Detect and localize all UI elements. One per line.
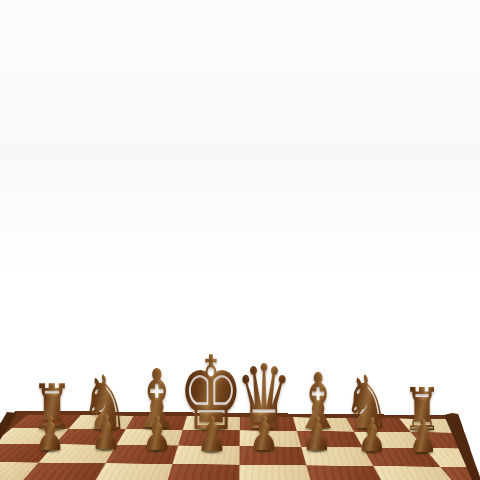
piece-c7-black-pawn[interactable]: ♟ <box>302 410 332 457</box>
piece-d7-black-pawn[interactable]: ♟ <box>249 409 280 457</box>
pieces-layer: ♜♞♝♚♛♝♞♜♟♟♟♟♟♟♟♟ <box>0 0 480 480</box>
piece-f7-black-pawn[interactable]: ♟ <box>142 409 173 457</box>
piece-g7-black-pawn[interactable]: ♟ <box>91 408 122 456</box>
piece-a7-black-pawn[interactable]: ♟ <box>408 413 438 459</box>
piece-e7-black-pawn[interactable]: ♟ <box>197 410 228 458</box>
chess-photo-stage: ♜♞♝♚♛♝♞♜♟♟♟♟♟♟♟♟ <box>0 0 480 480</box>
piece-b7-black-pawn[interactable]: ♟ <box>357 411 387 458</box>
piece-h7-black-pawn[interactable]: ♟ <box>35 409 66 457</box>
